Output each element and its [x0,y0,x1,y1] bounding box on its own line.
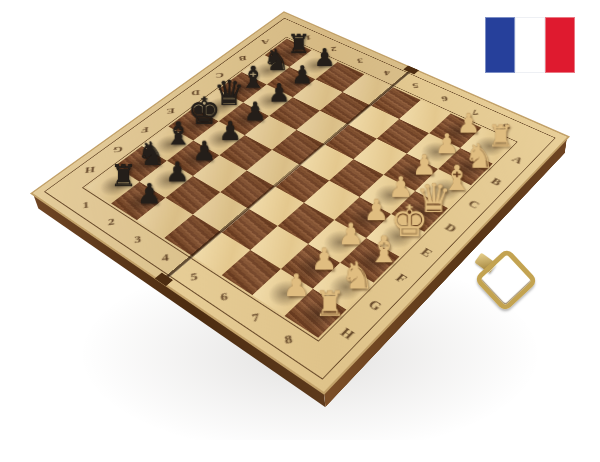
piece-black-pawn: ♟ [244,99,267,125]
piece-black-pawn: ♟ [314,45,336,69]
board-grid: ♜♞♝♚♛♝♞♜♟♟♟♟♟♟♟♟♟♟♟♟♟♟♟♟♜♞♝♚♛♝♞♜ [86,39,514,338]
piece-white-pawn: ♟ [435,130,459,157]
piece-black-pawn: ♟ [268,80,291,105]
piece-black-pawn: ♟ [218,118,241,144]
piece-black-pawn: ♟ [137,180,162,208]
piece-white-rook: ♜ [314,287,346,322]
piece-white-pawn: ♟ [311,244,338,274]
flag-red-band [545,17,575,73]
piece-black-rook: ♜ [110,161,137,191]
label-rank-1-left: 1 [72,190,100,222]
france-flag-icon [485,17,575,73]
brass-clasp-icon [470,246,534,310]
flag-blue-band [485,17,515,73]
piece-white-knight: ♞ [341,256,375,294]
piece-white-pawn: ♟ [282,270,310,301]
piece-black-knight: ♞ [137,137,166,170]
piece-black-rook: ♜ [287,31,311,58]
piece-white-pawn: ♟ [338,219,365,249]
chessboard: ♜♞♝♚♛♝♞♜♟♟♟♟♟♟♟♟♟♟♟♟♟♟♟♟♜♞♝♚♛♝♞♜ 1122334… [91,0,509,374]
piece-white-pawn: ♟ [457,110,481,137]
piece-black-pawn: ♟ [165,158,189,185]
piece-black-bishop: ♝ [164,117,193,149]
flag-white-band [515,17,545,73]
piece-black-pawn: ♟ [291,62,313,87]
piece-white-pawn: ♟ [363,195,389,224]
product-photo: ♜♞♝♚♛♝♞♜♟♟♟♟♟♟♟♟♟♟♟♟♟♟♟♟♜♞♝♚♛♝♞♜ 1122334… [0,0,600,462]
piece-black-pawn: ♟ [192,138,216,165]
piece-black-knight: ♞ [263,45,290,75]
